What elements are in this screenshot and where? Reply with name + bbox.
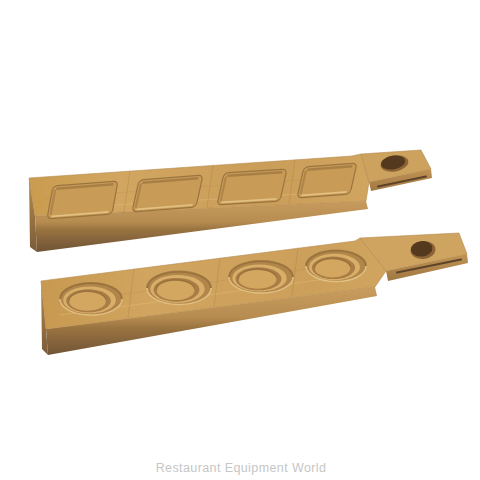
upper-paddle xyxy=(29,150,432,252)
square-recess-2 xyxy=(132,175,203,212)
product-photo-stage: Restaurant Equipment World xyxy=(0,0,480,480)
watermark-caption: Restaurant Equipment World xyxy=(156,461,327,475)
round-recess-4 xyxy=(306,251,366,282)
square-recess-4 xyxy=(297,163,357,198)
lower-paddle xyxy=(41,233,468,355)
round-recess-2 xyxy=(147,272,211,305)
square-recess-1 xyxy=(47,181,118,219)
square-recess-3 xyxy=(217,169,287,205)
scene-svg: Restaurant Equipment World xyxy=(0,0,480,480)
round-recess-1 xyxy=(60,283,122,315)
round-recess-3 xyxy=(229,261,293,293)
